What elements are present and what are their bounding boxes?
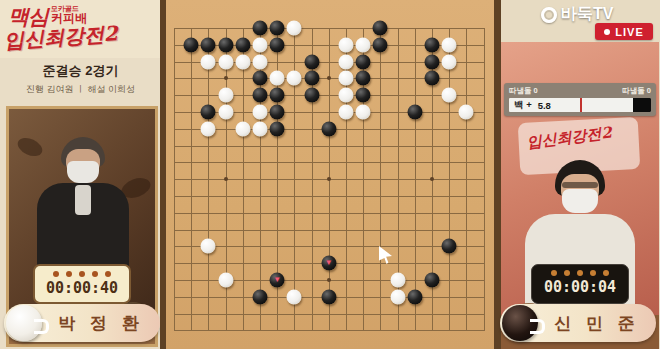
black-stone xyxy=(270,105,285,120)
black-stone xyxy=(270,121,285,136)
clock-right: 00:00:04 xyxy=(531,264,629,304)
background-blur-shape xyxy=(15,134,45,159)
staff-line: 진행 김여원 ㅣ 해설 이희성 xyxy=(0,83,161,96)
black-stone xyxy=(201,105,216,120)
byoyomi-dot-icon xyxy=(551,270,557,276)
black-stone xyxy=(321,121,336,136)
white-stone xyxy=(253,37,268,52)
star-point xyxy=(327,278,331,282)
star-point xyxy=(327,76,331,80)
grid-line-vertical xyxy=(415,28,416,331)
white-stone xyxy=(218,54,233,69)
player-left-mask xyxy=(67,161,99,183)
byoyomi-dot-icon xyxy=(53,271,59,277)
nameplate-left: 박 정 환 xyxy=(4,304,160,342)
byoyomi-dot-icon xyxy=(590,270,596,276)
black-stone xyxy=(373,21,388,36)
byoyomi-dot-icon xyxy=(66,271,72,277)
black-stone xyxy=(425,71,440,86)
byoyomi-dot-icon xyxy=(603,270,609,276)
white-stone xyxy=(218,105,233,120)
white-stone xyxy=(287,289,302,304)
black-stone xyxy=(356,71,371,86)
white-coffee-cup-icon xyxy=(6,305,42,341)
white-stone xyxy=(390,273,405,288)
white-stone xyxy=(339,88,354,103)
go-board[interactable]: ▼▼ xyxy=(166,0,494,349)
round-title: 준결승 2경기 xyxy=(0,62,161,80)
captures-left-label: 따냄돌 0 xyxy=(509,86,538,96)
byoyomi-dots-right xyxy=(532,270,628,276)
baduktv-stone-icon xyxy=(541,7,557,23)
captures-right-label: 따냄돌 0 xyxy=(622,86,651,96)
black-stone xyxy=(253,21,268,36)
black-stone xyxy=(270,21,285,36)
white-stone xyxy=(459,105,474,120)
white-stone xyxy=(201,239,216,254)
black-stone xyxy=(270,88,285,103)
white-stone xyxy=(201,54,216,69)
live-badge: LIVE xyxy=(595,23,653,40)
black-stone xyxy=(425,273,440,288)
grid-line-vertical xyxy=(380,28,381,331)
player-right-mask xyxy=(562,189,598,213)
black-stone xyxy=(253,88,268,103)
clock-left-time: 00:00:40 xyxy=(35,279,129,297)
black-stone xyxy=(304,88,319,103)
black-stone xyxy=(407,289,422,304)
grid-line-horizontal xyxy=(174,213,485,214)
white-stone xyxy=(235,54,250,69)
black-stone xyxy=(253,71,268,86)
board-frame-right xyxy=(494,0,501,349)
star-point xyxy=(327,177,331,181)
video-logo-text: 입신최강전2 xyxy=(526,123,613,152)
byoyomi-dot-icon xyxy=(105,271,111,277)
white-stone xyxy=(356,37,371,52)
score-panel: 따냄돌 0 따냄돌 0 백 + 5.8 xyxy=(504,83,656,116)
star-point xyxy=(224,76,228,80)
baduktv-logo: 바둑TV xyxy=(541,4,613,25)
winrate-center-tick xyxy=(580,98,582,112)
score-leader-label: 백 + xyxy=(514,99,532,112)
black-stone xyxy=(356,54,371,69)
grid-line-horizontal xyxy=(174,196,485,197)
white-stone xyxy=(218,273,233,288)
black-stone xyxy=(425,37,440,52)
grid-line-vertical xyxy=(484,28,485,331)
black-stone xyxy=(373,37,388,52)
grid-line-horizontal xyxy=(174,246,485,247)
black-stone xyxy=(201,37,216,52)
player-right-name: 신 민 준 xyxy=(538,312,656,335)
white-stone xyxy=(253,105,268,120)
white-stone xyxy=(287,71,302,86)
black-stone xyxy=(407,105,422,120)
byoyomi-dot-icon xyxy=(577,270,583,276)
white-stone xyxy=(390,289,405,304)
byoyomi-dot-icon xyxy=(564,270,570,276)
broadcast-screen: 맥심 모카골드 커피배 입신최강전2 준결승 2경기 진행 김여원 ㅣ 해설 이… xyxy=(0,0,660,349)
winrate-bar: 백 + 5.8 xyxy=(509,98,651,112)
white-stone xyxy=(356,105,371,120)
white-stone xyxy=(339,71,354,86)
player-right-glasses xyxy=(562,182,598,188)
grid-line-vertical xyxy=(449,28,450,331)
byoyomi-dot-icon xyxy=(79,271,85,277)
white-stone xyxy=(235,121,250,136)
white-stone xyxy=(339,54,354,69)
player-left-shirt xyxy=(75,185,91,215)
white-stone xyxy=(339,37,354,52)
grid-line-vertical xyxy=(466,28,467,331)
star-point xyxy=(224,177,228,181)
white-stone xyxy=(253,54,268,69)
white-stone xyxy=(442,88,457,103)
black-stone xyxy=(270,37,285,52)
player-left-name: 박 정 환 xyxy=(42,312,160,335)
clock-right-time: 00:00:04 xyxy=(532,278,628,296)
last-move-marker-icon: ▼ xyxy=(273,275,281,284)
grid-line-horizontal xyxy=(174,314,485,315)
black-stone xyxy=(235,37,250,52)
white-stone xyxy=(201,121,216,136)
last-move-marker-icon: ▼ xyxy=(325,259,333,268)
black-stone xyxy=(253,289,268,304)
black-stone xyxy=(184,37,199,52)
byoyomi-dots-left xyxy=(35,271,129,277)
grid-line-horizontal xyxy=(174,230,485,231)
tournament-logo: 맥심 모카골드 커피배 입신최강전2 xyxy=(0,0,161,58)
baduktv-logo-text: 바둑TV xyxy=(561,4,613,25)
black-stone xyxy=(442,239,457,254)
black-stone xyxy=(425,54,440,69)
white-stone xyxy=(253,121,268,136)
clock-left: 00:00:40 xyxy=(33,264,131,304)
white-stone xyxy=(442,54,457,69)
white-stone xyxy=(339,105,354,120)
byoyomi-dot-icon xyxy=(92,271,98,277)
winrate-bar-black-segment xyxy=(633,98,651,112)
live-badge-label: LIVE xyxy=(615,26,643,38)
star-point xyxy=(430,177,434,181)
black-stone xyxy=(304,71,319,86)
black-stone xyxy=(356,88,371,103)
nameplate-right: 신 민 준 xyxy=(500,304,656,342)
black-stone xyxy=(321,289,336,304)
grid-line-horizontal xyxy=(174,330,485,331)
black-stone xyxy=(304,54,319,69)
live-dot-icon xyxy=(604,29,610,35)
white-stone xyxy=(218,88,233,103)
white-stone xyxy=(442,37,457,52)
black-stone xyxy=(218,37,233,52)
match-header: 준결승 2경기 진행 김여원 ㅣ 해설 이희성 xyxy=(0,58,161,106)
channel-topbar: 바둑TV LIVE xyxy=(501,0,660,42)
white-stone xyxy=(270,71,285,86)
score-value: 5.8 xyxy=(538,100,551,111)
white-stone xyxy=(287,21,302,36)
black-coffee-cup-icon xyxy=(502,305,538,341)
